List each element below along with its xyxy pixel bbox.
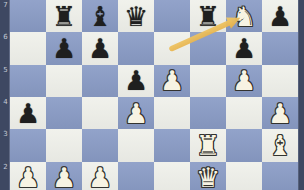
piece-black-bishop-c7[interactable]: ♝ <box>88 3 112 30</box>
square-b6[interactable]: ♟ <box>46 32 82 64</box>
square-h5[interactable] <box>262 65 298 97</box>
rank-label-7: 7 <box>2 1 9 9</box>
square-c2[interactable]: ♟ <box>82 162 118 190</box>
square-a7[interactable] <box>10 0 46 32</box>
square-d3[interactable] <box>118 129 154 161</box>
square-d2[interactable] <box>118 162 154 190</box>
square-a6[interactable] <box>10 32 46 64</box>
piece-white-queen-f2[interactable]: ♛ <box>196 164 220 190</box>
square-a5[interactable] <box>10 65 46 97</box>
square-e3[interactable] <box>154 129 190 161</box>
square-b2[interactable]: ♟ <box>46 162 82 190</box>
piece-white-pawn-e5[interactable]: ♟ <box>160 67 184 94</box>
square-b3[interactable] <box>46 129 82 161</box>
rank-label-4: 4 <box>2 98 9 106</box>
square-e5[interactable]: ♟ <box>154 65 190 97</box>
square-h2[interactable] <box>262 162 298 190</box>
square-f5[interactable] <box>190 65 226 97</box>
piece-black-rook-f7[interactable]: ♜ <box>196 3 220 30</box>
square-c3[interactable] <box>82 129 118 161</box>
square-f4[interactable] <box>190 97 226 129</box>
square-e7[interactable] <box>154 0 190 32</box>
square-h3[interactable]: ♝ <box>262 129 298 161</box>
square-d6[interactable] <box>118 32 154 64</box>
square-f3[interactable]: ♜ <box>190 129 226 161</box>
piece-white-pawn-h4[interactable]: ♟ <box>268 100 292 127</box>
square-b7[interactable]: ♜ <box>46 0 82 32</box>
chess-board: ♜♝♛♜♞♟♟♟♟♟♟♟♟♟♟♜♝♟♟♟♛ <box>10 0 298 190</box>
piece-black-pawn-g6[interactable]: ♟ <box>232 35 256 62</box>
square-c7[interactable]: ♝ <box>82 0 118 32</box>
square-e4[interactable] <box>154 97 190 129</box>
board-frame-right <box>298 0 304 190</box>
square-a4[interactable]: ♟ <box>10 97 46 129</box>
square-e2[interactable] <box>154 162 190 190</box>
square-g7[interactable]: ♞ <box>226 0 262 32</box>
piece-black-pawn-a4[interactable]: ♟ <box>16 100 40 127</box>
square-a3[interactable] <box>10 129 46 161</box>
square-h4[interactable]: ♟ <box>262 97 298 129</box>
square-h6[interactable] <box>262 32 298 64</box>
chess-board-view: 765432 ♜♝♛♜♞♟♟♟♟♟♟♟♟♟♟♜♝♟♟♟♛ <box>0 0 304 190</box>
square-c4[interactable] <box>82 97 118 129</box>
piece-black-pawn-b6[interactable]: ♟ <box>52 35 76 62</box>
piece-white-pawn-a2[interactable]: ♟ <box>16 164 40 190</box>
piece-white-bishop-h3[interactable]: ♝ <box>268 132 292 159</box>
piece-black-pawn-d5[interactable]: ♟ <box>124 67 148 94</box>
square-b5[interactable] <box>46 65 82 97</box>
square-d7[interactable]: ♛ <box>118 0 154 32</box>
square-g3[interactable] <box>226 129 262 161</box>
square-e6[interactable] <box>154 32 190 64</box>
square-g5[interactable]: ♟ <box>226 65 262 97</box>
rank-label-5: 5 <box>2 66 9 74</box>
rank-label-6: 6 <box>2 33 9 41</box>
square-f2[interactable]: ♛ <box>190 162 226 190</box>
square-b4[interactable] <box>46 97 82 129</box>
square-a2[interactable]: ♟ <box>10 162 46 190</box>
square-d5[interactable]: ♟ <box>118 65 154 97</box>
piece-black-pawn-h7[interactable]: ♟ <box>268 3 292 30</box>
piece-black-rook-b7[interactable]: ♜ <box>52 3 76 30</box>
square-c5[interactable] <box>82 65 118 97</box>
piece-black-queen-d7[interactable]: ♛ <box>124 3 148 30</box>
square-f7[interactable]: ♜ <box>190 0 226 32</box>
piece-white-pawn-g5[interactable]: ♟ <box>232 67 256 94</box>
square-g2[interactable] <box>226 162 262 190</box>
square-h7[interactable]: ♟ <box>262 0 298 32</box>
square-d4[interactable]: ♟ <box>118 97 154 129</box>
square-f6[interactable] <box>190 32 226 64</box>
piece-white-knight-g7[interactable]: ♞ <box>232 3 256 30</box>
piece-black-pawn-c6[interactable]: ♟ <box>88 35 112 62</box>
square-g6[interactable]: ♟ <box>226 32 262 64</box>
piece-white-pawn-b2[interactable]: ♟ <box>52 164 76 190</box>
rank-label-2: 2 <box>2 163 9 171</box>
rank-label-3: 3 <box>2 130 9 138</box>
piece-white-pawn-c2[interactable]: ♟ <box>88 164 112 190</box>
piece-white-rook-f3[interactable]: ♜ <box>196 132 220 159</box>
square-c6[interactable]: ♟ <box>82 32 118 64</box>
square-g4[interactable] <box>226 97 262 129</box>
rank-coordinates: 765432 <box>0 0 10 190</box>
piece-white-pawn-d4[interactable]: ♟ <box>124 100 148 127</box>
